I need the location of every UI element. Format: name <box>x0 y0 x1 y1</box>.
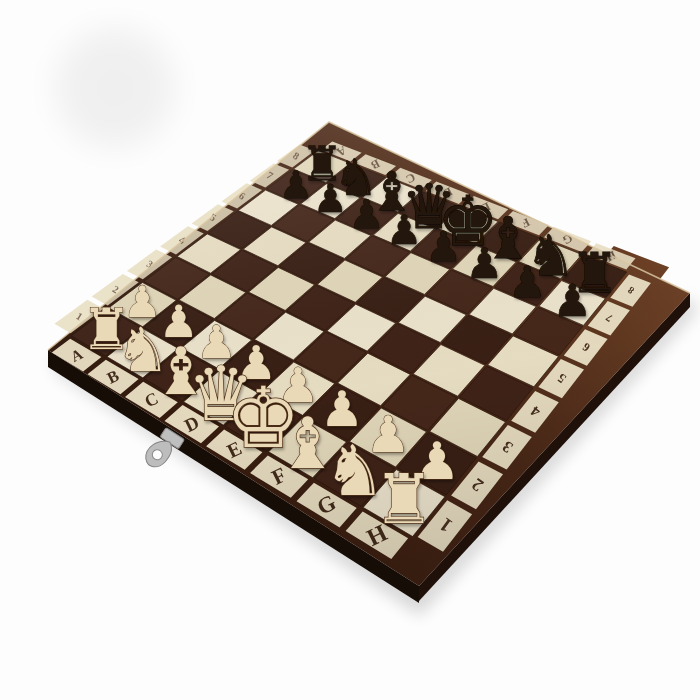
piece-black-pawn-d7[interactable]: ♟ <box>386 206 422 254</box>
piece-black-pawn-f7[interactable]: ♟ <box>465 239 503 288</box>
piece-black-pawn-a7[interactable]: ♟ <box>279 163 313 207</box>
piece-black-pawn-c7[interactable]: ♟ <box>349 191 384 237</box>
chess-set-photo: AABBCCDDEEFFGGHH1122334455667788♜♞♟♝♟♛♟♚… <box>0 0 700 700</box>
piece-black-pawn-e7[interactable]: ♟ <box>425 223 462 271</box>
chess-board: AABBCCDDEEFFGGHH1122334455667788♜♞♟♝♟♛♟♚… <box>0 0 700 700</box>
piece-white-rook-h1[interactable]: ♜ <box>374 460 435 539</box>
piece-black-pawn-b7[interactable]: ♟ <box>313 176 348 221</box>
piece-black-pawn-g7[interactable]: ♟ <box>508 257 547 307</box>
piece-black-pawn-h7[interactable]: ♟ <box>552 275 592 326</box>
background-shadow-blob <box>55 28 175 148</box>
